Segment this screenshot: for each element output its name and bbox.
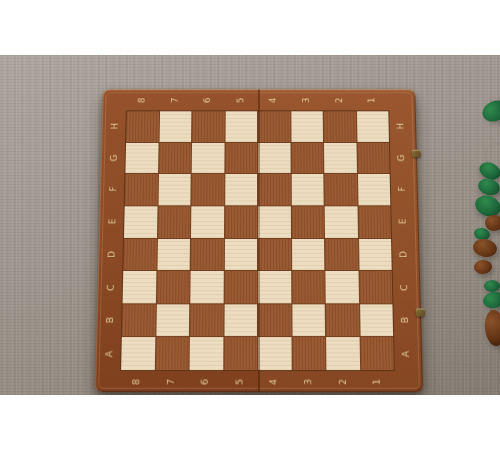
rank-label: 7 [154,372,189,391]
square-f1[interactable] [357,174,390,205]
square-b1[interactable] [360,304,394,336]
square-g8[interactable] [125,143,158,174]
square-h5[interactable] [225,111,257,141]
rank-label: 7 [159,91,192,109]
rank-label: 4 [257,372,291,391]
rank-label: 2 [323,91,356,109]
square-e7[interactable] [157,206,190,237]
file-label: G [392,142,411,174]
square-b2[interactable] [326,304,359,336]
square-e4[interactable] [258,206,291,237]
square-g3[interactable] [291,143,323,174]
file-label: B [100,304,120,337]
square-c8[interactable] [123,271,156,303]
file-label: A [100,337,120,371]
square-d1[interactable] [359,238,392,270]
square-h3[interactable] [291,111,323,141]
square-b5[interactable] [224,304,257,336]
square-f6[interactable] [191,174,224,205]
square-h4[interactable] [258,111,290,141]
off-board-piece-dark-wood[interactable] [473,259,492,275]
square-h7[interactable] [159,111,191,141]
file-label: H [391,110,410,141]
square-f4[interactable] [258,174,290,205]
rank-label: 1 [356,91,389,109]
square-e5[interactable] [224,206,257,237]
off-board-piece-dark-wood[interactable] [485,215,500,231]
square-f7[interactable] [158,174,191,205]
square-a6[interactable] [190,337,223,370]
square-d5[interactable] [224,238,257,270]
chess-board: 87654321 87654321 HGFEDCBA HGFEDCBA [95,89,423,392]
square-g4[interactable] [258,143,290,174]
square-d2[interactable] [325,238,358,270]
square-b8[interactable] [122,304,156,336]
square-d7[interactable] [157,238,190,270]
square-f5[interactable] [225,174,257,205]
square-a1[interactable] [360,337,394,370]
square-c1[interactable] [359,271,392,303]
square-c5[interactable] [224,271,257,303]
square-h1[interactable] [356,111,388,141]
square-e6[interactable] [191,206,224,237]
square-b4[interactable] [258,304,291,336]
square-c2[interactable] [325,271,358,303]
rank-label: 6 [192,91,225,109]
file-label: C [101,271,121,304]
square-b7[interactable] [156,304,189,336]
off-board-piece-green-felt[interactable] [484,280,500,292]
file-label: E [103,206,123,238]
brass-clasp [416,308,425,316]
square-a2[interactable] [326,337,360,370]
off-board-piece-dark-wood[interactable] [472,237,499,259]
square-f8[interactable] [125,174,158,205]
file-label: D [102,238,122,271]
rank-label: 6 [189,372,224,391]
brass-clasp [412,150,421,158]
square-b6[interactable] [190,304,223,336]
file-label: F [104,174,124,206]
rank-label: 3 [290,91,323,109]
square-c6[interactable] [190,271,223,303]
square-f3[interactable] [291,174,323,205]
off-board-piece-green-felt[interactable] [482,290,500,310]
square-g7[interactable] [159,143,192,174]
file-label: F [393,174,413,206]
square-d8[interactable] [123,238,156,270]
board-fold-seam [258,89,260,392]
rank-label: 3 [292,372,327,391]
square-e1[interactable] [358,206,391,237]
file-label: H [105,110,124,141]
square-f2[interactable] [324,174,357,205]
rank-label: 1 [361,372,396,391]
square-h2[interactable] [324,111,356,141]
rank-label: 2 [326,372,361,391]
square-c7[interactable] [156,271,189,303]
off-board-piece-dark-wood[interactable] [483,309,500,347]
square-a7[interactable] [155,337,189,370]
square-e3[interactable] [291,206,324,237]
file-label: C [395,271,415,304]
file-label: D [394,238,414,271]
rank-label: 4 [258,91,291,109]
square-c4[interactable] [258,271,291,303]
square-a8[interactable] [121,337,155,370]
file-label: B [395,304,415,337]
rank-label: 5 [223,372,257,391]
fabric-background: 87654321 87654321 HGFEDCBA HGFEDCBA [0,55,500,395]
file-label: A [396,337,416,371]
square-e2[interactable] [325,206,358,237]
rank-label: 5 [225,91,258,109]
square-g1[interactable] [357,143,390,174]
off-board-piece-green-felt[interactable] [479,96,500,125]
square-g2[interactable] [324,143,356,174]
square-g6[interactable] [192,143,224,174]
rank-label: 8 [126,91,159,109]
square-h6[interactable] [192,111,224,141]
square-d4[interactable] [258,238,291,270]
file-label: E [393,206,413,238]
square-g5[interactable] [225,143,257,174]
square-d6[interactable] [191,238,224,270]
square-b3[interactable] [292,304,325,336]
product-photo-page: 87654321 87654321 HGFEDCBA HGFEDCBA [0,0,500,450]
square-h8[interactable] [126,111,159,141]
square-a4[interactable] [258,337,291,370]
square-a3[interactable] [292,337,325,370]
file-label: G [105,142,125,174]
square-d3[interactable] [292,238,325,270]
square-e8[interactable] [124,206,157,237]
square-c3[interactable] [292,271,325,303]
rank-label: 8 [120,372,155,391]
square-a5[interactable] [224,337,257,370]
